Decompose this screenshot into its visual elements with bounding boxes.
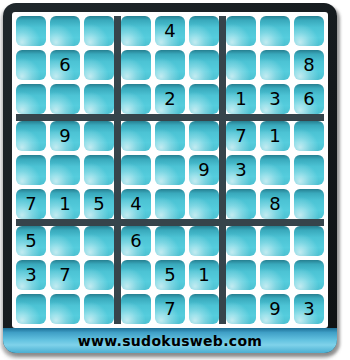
- cell-r2c4[interactable]: [121, 50, 151, 80]
- cell-r1c8[interactable]: [260, 16, 290, 46]
- cell-r5c2[interactable]: [50, 155, 80, 185]
- cell-r5c8[interactable]: [260, 155, 290, 185]
- cell-r4c4[interactable]: [121, 121, 151, 151]
- box-1: 6: [16, 16, 114, 114]
- cell-r5c4[interactable]: [121, 155, 151, 185]
- sudoku-page: 64281369715947138537651793 www.sudokuswe…: [0, 0, 350, 360]
- cell-r1c6[interactable]: [189, 16, 219, 46]
- cell-r6c6[interactable]: [189, 189, 219, 219]
- box-4: 9715: [16, 121, 114, 219]
- cell-r1c4[interactable]: [121, 16, 151, 46]
- box-6: 7138: [226, 121, 324, 219]
- cell-r4c5[interactable]: [155, 121, 185, 151]
- box-8: 6517: [121, 226, 219, 324]
- box-2: 42: [121, 16, 219, 114]
- cell-r4c2[interactable]: 9: [50, 121, 80, 151]
- cell-r2c9[interactable]: 8: [294, 50, 324, 80]
- cell-r3c7[interactable]: 1: [226, 84, 256, 114]
- cell-r9c3[interactable]: [84, 294, 114, 324]
- cell-r2c5[interactable]: [155, 50, 185, 80]
- cell-r3c2[interactable]: [50, 84, 80, 114]
- cell-r8c5[interactable]: 5: [155, 260, 185, 290]
- cell-r4c6[interactable]: [189, 121, 219, 151]
- cell-r1c9[interactable]: [294, 16, 324, 46]
- cell-r7c1[interactable]: 5: [16, 226, 46, 256]
- cell-r2c3[interactable]: [84, 50, 114, 80]
- cell-r8c9[interactable]: [294, 260, 324, 290]
- cell-r9c4[interactable]: [121, 294, 151, 324]
- cell-r1c2[interactable]: [50, 16, 80, 46]
- cell-r8c1[interactable]: 3: [16, 260, 46, 290]
- cell-r3c5[interactable]: 2: [155, 84, 185, 114]
- cell-r7c2[interactable]: [50, 226, 80, 256]
- cell-r9c6[interactable]: [189, 294, 219, 324]
- cell-r3c8[interactable]: 3: [260, 84, 290, 114]
- cell-r5c9[interactable]: [294, 155, 324, 185]
- cell-r6c2[interactable]: 1: [50, 189, 80, 219]
- cell-r4c8[interactable]: 1: [260, 121, 290, 151]
- board-panel: 64281369715947138537651793: [12, 12, 328, 328]
- box-9: 93: [226, 226, 324, 324]
- cell-r1c1[interactable]: [16, 16, 46, 46]
- cell-r6c8[interactable]: 8: [260, 189, 290, 219]
- box-3: 8136: [226, 16, 324, 114]
- cell-r8c4[interactable]: [121, 260, 151, 290]
- cell-r3c6[interactable]: [189, 84, 219, 114]
- cell-r8c7[interactable]: [226, 260, 256, 290]
- sudoku-board: 64281369715947138537651793 www.sudokuswe…: [3, 3, 337, 353]
- cell-r1c7[interactable]: [226, 16, 256, 46]
- cell-r5c3[interactable]: [84, 155, 114, 185]
- cell-r2c6[interactable]: [189, 50, 219, 80]
- cell-r9c7[interactable]: [226, 294, 256, 324]
- cell-r3c1[interactable]: [16, 84, 46, 114]
- cell-r6c3[interactable]: 5: [84, 189, 114, 219]
- cell-r7c3[interactable]: [84, 226, 114, 256]
- cell-r6c1[interactable]: 7: [16, 189, 46, 219]
- cell-r1c3[interactable]: [84, 16, 114, 46]
- cell-r2c2[interactable]: 6: [50, 50, 80, 80]
- cell-r5c1[interactable]: [16, 155, 46, 185]
- cell-r2c8[interactable]: [260, 50, 290, 80]
- cell-r4c1[interactable]: [16, 121, 46, 151]
- footer-band: www.sudokusweb.com: [3, 328, 337, 353]
- cell-r9c5[interactable]: 7: [155, 294, 185, 324]
- cell-r4c3[interactable]: [84, 121, 114, 151]
- cell-r5c7[interactable]: 3: [226, 155, 256, 185]
- cell-r3c4[interactable]: [121, 84, 151, 114]
- cell-r8c2[interactable]: 7: [50, 260, 80, 290]
- cell-r9c1[interactable]: [16, 294, 46, 324]
- cell-r9c2[interactable]: [50, 294, 80, 324]
- cell-r8c3[interactable]: [84, 260, 114, 290]
- sudoku-grid: 64281369715947138537651793: [16, 16, 324, 324]
- cell-r7c8[interactable]: [260, 226, 290, 256]
- cell-r7c7[interactable]: [226, 226, 256, 256]
- cell-r4c9[interactable]: [294, 121, 324, 151]
- cell-r5c6[interactable]: 9: [189, 155, 219, 185]
- cell-r6c7[interactable]: [226, 189, 256, 219]
- cell-r6c9[interactable]: [294, 189, 324, 219]
- site-url-link[interactable]: www.sudokusweb.com: [78, 333, 262, 349]
- cell-r6c4[interactable]: 4: [121, 189, 151, 219]
- cell-r8c6[interactable]: 1: [189, 260, 219, 290]
- cell-r5c5[interactable]: [155, 155, 185, 185]
- cell-r6c5[interactable]: [155, 189, 185, 219]
- cell-r3c9[interactable]: 6: [294, 84, 324, 114]
- cell-r8c8[interactable]: [260, 260, 290, 290]
- cell-r7c4[interactable]: 6: [121, 226, 151, 256]
- cell-r2c7[interactable]: [226, 50, 256, 80]
- cell-r2c1[interactable]: [16, 50, 46, 80]
- cell-r9c9[interactable]: 3: [294, 294, 324, 324]
- box-5: 94: [121, 121, 219, 219]
- cell-r7c5[interactable]: [155, 226, 185, 256]
- box-7: 537: [16, 226, 114, 324]
- cell-r4c7[interactable]: 7: [226, 121, 256, 151]
- cell-r9c8[interactable]: 9: [260, 294, 290, 324]
- cell-r1c5[interactable]: 4: [155, 16, 185, 46]
- cell-r7c6[interactable]: [189, 226, 219, 256]
- cell-r3c3[interactable]: [84, 84, 114, 114]
- cell-r7c9[interactable]: [294, 226, 324, 256]
